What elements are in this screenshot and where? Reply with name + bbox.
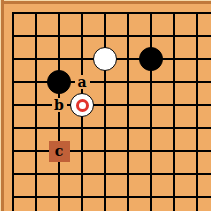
label-a: a: [74, 74, 90, 90]
grid-line-vertical: [173, 12, 174, 211]
label-b: b: [51, 97, 67, 113]
grid-line-vertical: [104, 12, 105, 211]
grid-line-horizontal: [12, 127, 211, 128]
black-stone-G17: [139, 47, 163, 71]
grid-line-horizontal: [12, 150, 211, 151]
grid-line-vertical: [12, 12, 14, 211]
grid-line-vertical: [127, 12, 128, 211]
marked-white-stone-D15: [70, 93, 94, 117]
label-c: c: [51, 143, 67, 159]
grid-line-vertical: [196, 12, 197, 211]
go-board-diagram: abc: [0, 0, 211, 211]
grid-line-vertical: [35, 12, 36, 211]
board-frame-top-edge: [0, 0, 211, 4]
black-stone-C16: [47, 70, 71, 94]
grid-line-horizontal: [12, 173, 211, 174]
grid-line-horizontal: [12, 35, 211, 36]
white-stone-E17: [93, 47, 117, 71]
board-frame-left-edge: [0, 0, 4, 211]
grid-line-horizontal: [12, 196, 211, 197]
grid-line-horizontal: [12, 12, 211, 14]
grid-line-horizontal: [12, 104, 211, 105]
grid-line-vertical: [150, 12, 151, 211]
grid-line-horizontal: [12, 81, 211, 82]
red-circle-mark-icon: [76, 99, 89, 112]
